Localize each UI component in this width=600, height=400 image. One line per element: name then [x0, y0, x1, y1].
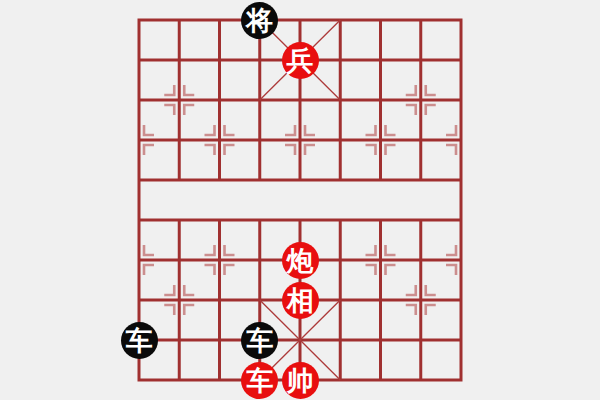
piece-black-chariot-right[interactable]: 车 [241, 322, 278, 359]
piece-red-cannon[interactable]: 炮 [282, 242, 319, 279]
piece-black-general[interactable]: 将 [241, 2, 278, 39]
piece-red-soldier[interactable]: 兵 [282, 42, 319, 79]
piece-red-general[interactable]: 帅 [282, 362, 319, 399]
piece-red-elephant[interactable]: 相 [282, 282, 319, 319]
piece-black-chariot-left[interactable]: 车 [121, 322, 158, 359]
xiangqi-board: 将兵炮相车车车帅 [0, 0, 600, 400]
board-grid[interactable]: 将兵炮相车车车帅 [119, 0, 481, 400]
piece-red-chariot[interactable]: 车 [241, 362, 278, 399]
